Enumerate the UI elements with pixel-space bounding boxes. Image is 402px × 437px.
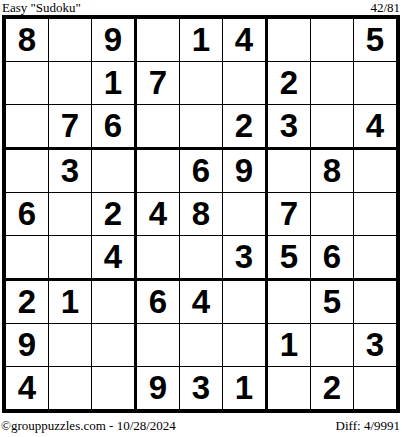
cell-r7c1: 2	[6, 281, 48, 323]
cell-r1c4	[137, 19, 179, 61]
cell-r5c4: 4	[137, 193, 179, 235]
cell-r9c7	[268, 367, 310, 409]
cell-r4c7	[268, 150, 310, 192]
sudoku-grid: 891761472523436246948387562194649315132	[2, 15, 400, 413]
difficulty-text: Diff: 4/9991	[336, 418, 400, 433]
cell-r3c7: 3	[268, 105, 310, 147]
cell-r9c6: 1	[223, 367, 265, 409]
cell-r8c8	[311, 324, 353, 366]
puzzle-page: Easy "Sudoku" 42/81 89176147252343624694…	[0, 0, 402, 437]
cell-r1c8	[311, 19, 353, 61]
cell-r2c8	[311, 62, 353, 104]
copyright-text: ©grouppuzzles.com - 10/28/2024	[1, 418, 176, 433]
cell-r7c7	[268, 281, 310, 323]
cell-r6c5	[180, 236, 222, 278]
footer: ©grouppuzzles.com - 10/28/2024 Diff: 4/9…	[0, 413, 402, 437]
cell-r9c3	[92, 367, 134, 409]
cell-r3c6: 2	[223, 105, 265, 147]
cell-r4c2: 3	[49, 150, 91, 192]
cell-r7c4: 6	[137, 281, 179, 323]
box-3: 5234	[268, 19, 396, 147]
cell-r5c8	[311, 193, 353, 235]
box-4: 3624	[6, 150, 134, 278]
cell-r8c9: 3	[354, 324, 396, 366]
cell-r8c4	[137, 324, 179, 366]
cell-r9c5: 3	[180, 367, 222, 409]
cell-r7c9	[354, 281, 396, 323]
cell-r4c5: 6	[180, 150, 222, 192]
header: Easy "Sudoku" 42/81	[0, 0, 402, 15]
cell-r3c1	[6, 105, 48, 147]
cell-r5c1: 6	[6, 193, 48, 235]
cell-r2c1	[6, 62, 48, 104]
cell-r6c8: 6	[311, 236, 353, 278]
cell-r5c5: 8	[180, 193, 222, 235]
box-1: 89176	[6, 19, 134, 147]
cell-r8c5	[180, 324, 222, 366]
cell-r8c1: 9	[6, 324, 48, 366]
cell-r3c9: 4	[354, 105, 396, 147]
cell-r4c4	[137, 150, 179, 192]
cell-r3c5	[180, 105, 222, 147]
cell-r2c9	[354, 62, 396, 104]
cell-r3c2: 7	[49, 105, 91, 147]
cell-r9c1: 4	[6, 367, 48, 409]
cell-r9c2	[49, 367, 91, 409]
cell-r1c2	[49, 19, 91, 61]
cell-r7c3	[92, 281, 134, 323]
cell-r6c7: 5	[268, 236, 310, 278]
cell-r9c9	[354, 367, 396, 409]
cell-r4c1	[6, 150, 48, 192]
puzzle-counter: 42/81	[370, 1, 400, 15]
cell-r4c8: 8	[311, 150, 353, 192]
box-2: 1472	[137, 19, 265, 147]
cell-r4c3	[92, 150, 134, 192]
box-5: 69483	[137, 150, 265, 278]
cell-r7c5: 4	[180, 281, 222, 323]
cell-r4c9	[354, 150, 396, 192]
cell-r6c3: 4	[92, 236, 134, 278]
cell-r3c8	[311, 105, 353, 147]
box-7: 2194	[6, 281, 134, 409]
cell-r7c6	[223, 281, 265, 323]
cell-r8c2	[49, 324, 91, 366]
cell-r7c8: 5	[311, 281, 353, 323]
cell-r2c6	[223, 62, 265, 104]
cell-r2c2	[49, 62, 91, 104]
cell-r2c7: 2	[268, 62, 310, 104]
cell-r1c5: 1	[180, 19, 222, 61]
cell-r3c4	[137, 105, 179, 147]
cell-r8c6	[223, 324, 265, 366]
cell-r3c3: 6	[92, 105, 134, 147]
cell-r5c2	[49, 193, 91, 235]
cell-r2c5	[180, 62, 222, 104]
puzzle-title: Easy "Sudoku"	[2, 1, 81, 15]
cell-r9c4: 9	[137, 367, 179, 409]
box-8: 64931	[137, 281, 265, 409]
cell-r6c9	[354, 236, 396, 278]
cell-r7c2: 1	[49, 281, 91, 323]
cell-r6c2	[49, 236, 91, 278]
cell-r6c4	[137, 236, 179, 278]
cell-r5c3: 2	[92, 193, 134, 235]
cell-r1c7	[268, 19, 310, 61]
cell-r6c1	[6, 236, 48, 278]
cell-r4c6: 9	[223, 150, 265, 192]
box-6: 8756	[268, 150, 396, 278]
cell-r5c6	[223, 193, 265, 235]
cell-r1c3: 9	[92, 19, 134, 61]
cell-r5c7: 7	[268, 193, 310, 235]
cell-r8c7: 1	[268, 324, 310, 366]
cell-r1c1: 8	[6, 19, 48, 61]
box-9: 5132	[268, 281, 396, 409]
cell-r6c6: 3	[223, 236, 265, 278]
cell-r8c3	[92, 324, 134, 366]
cell-r5c9	[354, 193, 396, 235]
cell-r2c3: 1	[92, 62, 134, 104]
cell-r2c4: 7	[137, 62, 179, 104]
cell-r9c8: 2	[311, 367, 353, 409]
cell-r1c9: 5	[354, 19, 396, 61]
cell-r1c6: 4	[223, 19, 265, 61]
